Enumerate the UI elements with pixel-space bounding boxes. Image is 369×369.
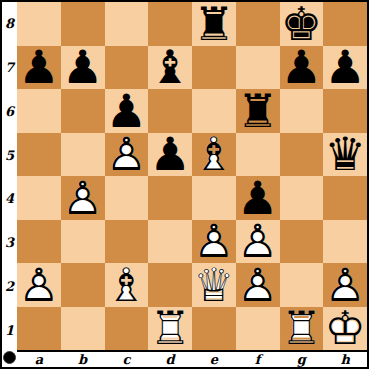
white-piece-outline: ♙ xyxy=(17,263,61,307)
square-f2[interactable]: ♟♙ xyxy=(236,263,280,307)
square-b5[interactable] xyxy=(61,133,105,177)
white-piece-outline: ♙ xyxy=(236,263,280,307)
square-h1[interactable]: ♚♔ xyxy=(323,307,367,351)
white-piece-outline: ♕ xyxy=(192,263,236,307)
square-e7[interactable] xyxy=(192,46,236,90)
rank-label-8: 8 xyxy=(2,2,17,46)
square-g6[interactable] xyxy=(280,89,324,133)
square-h7[interactable]: ♟ xyxy=(323,46,367,90)
black-pawn-a7[interactable]: ♟ xyxy=(17,46,61,90)
black-piece-glyph: ♟ xyxy=(17,46,61,90)
white-piece-outline: ♗ xyxy=(192,133,236,177)
black-pawn-h7[interactable]: ♟ xyxy=(323,46,367,90)
square-h8[interactable] xyxy=(323,2,367,46)
square-d2[interactable] xyxy=(148,263,192,307)
black-rook-f6[interactable]: ♜ xyxy=(236,89,280,133)
square-f8[interactable] xyxy=(236,2,280,46)
square-d3[interactable] xyxy=(148,220,192,264)
white-piece-outline: ♖ xyxy=(148,307,192,351)
square-b2[interactable] xyxy=(61,263,105,307)
white-pawn-e3[interactable]: ♟♙ xyxy=(192,220,236,264)
file-label-c: c xyxy=(105,352,149,367)
black-queen-h5[interactable]: ♛ xyxy=(323,133,367,177)
square-d6[interactable] xyxy=(148,89,192,133)
rank-label-3: 3 xyxy=(2,221,17,265)
chess-diagram: ♜♚♟♟♝♟♟♟♜♟♙♟♝♗♛♟♙♟♟♙♟♙♟♙♝♗♛♕♟♙♟♙♜♖♜♖♚♔ 8… xyxy=(0,0,369,369)
square-e2[interactable]: ♛♕ xyxy=(192,263,236,307)
side-to-move-indicator xyxy=(3,351,16,364)
square-g8[interactable]: ♚ xyxy=(280,2,324,46)
black-piece-glyph: ♟ xyxy=(148,133,192,177)
square-g3[interactable] xyxy=(280,220,324,264)
white-piece-outline: ♙ xyxy=(105,133,149,177)
square-h5[interactable]: ♛ xyxy=(323,133,367,177)
square-h6[interactable] xyxy=(323,89,367,133)
square-f1[interactable] xyxy=(236,307,280,351)
file-label-h: h xyxy=(323,352,367,367)
square-a8[interactable] xyxy=(17,2,61,46)
white-pawn-c5[interactable]: ♟♙ xyxy=(105,133,149,177)
square-h4[interactable] xyxy=(323,176,367,220)
white-piece-outline: ♙ xyxy=(323,263,367,307)
square-b4[interactable]: ♟♙ xyxy=(61,176,105,220)
square-g4[interactable] xyxy=(280,176,324,220)
white-pawn-f3[interactable]: ♟♙ xyxy=(236,220,280,264)
file-label-d: d xyxy=(148,352,192,367)
square-h2[interactable]: ♟♙ xyxy=(323,263,367,307)
file-label-e: e xyxy=(192,352,236,367)
black-piece-glyph: ♟ xyxy=(280,46,324,90)
black-pawn-b7[interactable]: ♟ xyxy=(61,46,105,90)
file-label-a: a xyxy=(17,352,61,367)
rank-labels: 87654321 xyxy=(2,2,17,352)
square-e1[interactable] xyxy=(192,307,236,351)
square-e8[interactable]: ♜ xyxy=(192,2,236,46)
square-d8[interactable] xyxy=(148,2,192,46)
square-d7[interactable]: ♝ xyxy=(148,46,192,90)
square-g2[interactable] xyxy=(280,263,324,307)
rank-label-5: 5 xyxy=(2,133,17,177)
white-pawn-a2[interactable]: ♟♙ xyxy=(17,263,61,307)
square-c3[interactable] xyxy=(105,220,149,264)
file-label-b: b xyxy=(61,352,105,367)
black-pawn-f4[interactable]: ♟ xyxy=(236,176,280,220)
square-f7[interactable] xyxy=(236,46,280,90)
square-g7[interactable]: ♟ xyxy=(280,46,324,90)
square-b6[interactable] xyxy=(61,89,105,133)
black-pawn-d5[interactable]: ♟ xyxy=(148,133,192,177)
black-piece-glyph: ♝ xyxy=(148,46,192,90)
file-label-f: f xyxy=(236,352,280,367)
white-bishop-e5[interactable]: ♝♗ xyxy=(192,133,236,177)
white-bishop-c2[interactable]: ♝♗ xyxy=(105,263,149,307)
white-piece-outline: ♖ xyxy=(280,307,324,351)
square-d1[interactable]: ♜♖ xyxy=(148,307,192,351)
rank-label-2: 2 xyxy=(2,265,17,309)
square-c4[interactable] xyxy=(105,176,149,220)
square-a1[interactable] xyxy=(17,307,61,351)
square-h3[interactable] xyxy=(323,220,367,264)
white-piece-outline: ♗ xyxy=(105,263,149,307)
rank-label-7: 7 xyxy=(2,46,17,90)
square-a6[interactable] xyxy=(17,89,61,133)
black-piece-glyph: ♛ xyxy=(323,133,367,177)
file-label-g: g xyxy=(280,352,324,367)
square-e5[interactable]: ♝♗ xyxy=(192,133,236,177)
white-queen-e2[interactable]: ♛♕ xyxy=(192,263,236,307)
square-c7[interactable] xyxy=(105,46,149,90)
square-a5[interactable] xyxy=(17,133,61,177)
white-pawn-f2[interactable]: ♟♙ xyxy=(236,263,280,307)
square-a2[interactable]: ♟♙ xyxy=(17,263,61,307)
square-f4[interactable]: ♟ xyxy=(236,176,280,220)
square-d5[interactable]: ♟ xyxy=(148,133,192,177)
square-b7[interactable]: ♟ xyxy=(61,46,105,90)
square-e3[interactable]: ♟♙ xyxy=(192,220,236,264)
black-piece-glyph: ♟ xyxy=(236,176,280,220)
square-d4[interactable] xyxy=(148,176,192,220)
square-a3[interactable] xyxy=(17,220,61,264)
square-c5[interactable]: ♟♙ xyxy=(105,133,149,177)
rank-label-6: 6 xyxy=(2,90,17,134)
square-f6[interactable]: ♜ xyxy=(236,89,280,133)
black-piece-glyph: ♟ xyxy=(61,46,105,90)
white-pawn-b4[interactable]: ♟♙ xyxy=(61,176,105,220)
square-f5[interactable] xyxy=(236,133,280,177)
white-piece-outline: ♔ xyxy=(323,307,367,351)
square-c1[interactable] xyxy=(105,307,149,351)
white-rook-d1[interactable]: ♜♖ xyxy=(148,307,192,351)
square-f3[interactable]: ♟♙ xyxy=(236,220,280,264)
white-piece-outline: ♙ xyxy=(61,176,105,220)
white-king-h1[interactable]: ♚♔ xyxy=(323,307,367,351)
black-piece-glyph: ♜ xyxy=(236,89,280,133)
square-a4[interactable] xyxy=(17,176,61,220)
square-g5[interactable] xyxy=(280,133,324,177)
square-e4[interactable] xyxy=(192,176,236,220)
black-pawn-g7[interactable]: ♟ xyxy=(280,46,324,90)
file-labels: abcdefgh xyxy=(17,352,367,367)
black-piece-glyph: ♚ xyxy=(280,2,324,46)
white-piece-outline: ♙ xyxy=(236,220,280,264)
square-c2[interactable]: ♝♗ xyxy=(105,263,149,307)
square-g1[interactable]: ♜♖ xyxy=(280,307,324,351)
square-e6[interactable] xyxy=(192,89,236,133)
square-b8[interactable] xyxy=(61,2,105,46)
chess-board: ♜♚♟♟♝♟♟♟♜♟♙♟♝♗♛♟♙♟♟♙♟♙♟♙♝♗♛♕♟♙♟♙♜♖♜♖♚♔ xyxy=(17,2,367,352)
black-king-g8[interactable]: ♚ xyxy=(280,2,324,46)
black-piece-glyph: ♟ xyxy=(105,89,149,133)
black-piece-glyph: ♟ xyxy=(323,46,367,90)
square-b3[interactable] xyxy=(61,220,105,264)
white-rook-g1[interactable]: ♜♖ xyxy=(280,307,324,351)
square-b1[interactable] xyxy=(61,307,105,351)
rank-label-4: 4 xyxy=(2,177,17,221)
square-a7[interactable]: ♟ xyxy=(17,46,61,90)
black-rook-e8[interactable]: ♜ xyxy=(192,2,236,46)
black-bishop-d7[interactable]: ♝ xyxy=(148,46,192,90)
rank-label-1: 1 xyxy=(2,308,17,352)
black-pawn-c6[interactable]: ♟ xyxy=(105,89,149,133)
square-c6[interactable]: ♟ xyxy=(105,89,149,133)
black-piece-glyph: ♜ xyxy=(192,2,236,46)
square-c8[interactable] xyxy=(105,2,149,46)
white-pawn-h2[interactable]: ♟♙ xyxy=(323,263,367,307)
white-piece-outline: ♙ xyxy=(192,220,236,264)
